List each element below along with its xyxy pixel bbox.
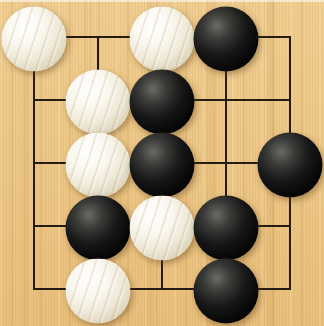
white-stone-A5: ○ — [2, 7, 67, 72]
board-point-D3[interactable] — [213, 150, 239, 176]
board-point-A4[interactable] — [21, 87, 47, 113]
board-point-A2[interactable] — [21, 213, 47, 239]
board-point-E1[interactable] — [277, 276, 303, 302]
board-point-B5[interactable] — [85, 24, 111, 50]
board-point-C1[interactable] — [149, 276, 175, 302]
white-stone-C2: ○ — [130, 196, 195, 261]
board-point-E4[interactable] — [277, 87, 303, 113]
board-point-E5[interactable] — [277, 24, 303, 50]
go-app-screenshot: ○○●○●○●●●○●○● — [0, 0, 324, 326]
go-board[interactable]: ○○●○●○●●●○●○● — [0, 0, 324, 326]
black-stone-D1: ● — [194, 259, 259, 324]
black-stone-E3: ● — [258, 133, 323, 198]
board-point-A3[interactable] — [21, 150, 47, 176]
black-stone-D5: ● — [194, 7, 259, 72]
board-point-D4[interactable] — [213, 87, 239, 113]
board-point-A1[interactable] — [21, 276, 47, 302]
white-stone-B1: ○ — [66, 259, 131, 324]
board-point-E2[interactable] — [277, 213, 303, 239]
